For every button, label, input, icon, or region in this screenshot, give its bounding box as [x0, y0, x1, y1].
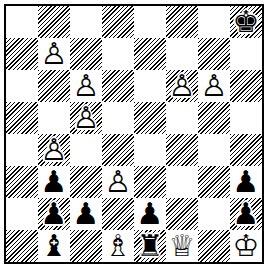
piece-glyph: ♗: [102, 230, 134, 262]
square-c5[interactable]: ♟♙: [70, 102, 102, 134]
piece-glyph: ♟: [70, 198, 102, 230]
piece-glyph: ♜: [134, 230, 166, 262]
piece-white-halo: ♟: [38, 38, 70, 70]
piece-white-halo: ♟: [134, 198, 166, 230]
square-d1[interactable]: ♝♗: [102, 230, 134, 262]
piece-white-pawn[interactable]: ♟♙: [70, 102, 102, 134]
square-a4[interactable]: [6, 134, 38, 166]
square-g5[interactable]: [198, 102, 230, 134]
square-e2[interactable]: ♟♟: [134, 198, 166, 230]
square-b8[interactable]: [38, 6, 70, 38]
piece-white-queen[interactable]: ♛♕: [166, 230, 198, 262]
square-d8[interactable]: [102, 6, 134, 38]
square-a7[interactable]: [6, 38, 38, 70]
piece-white-pawn[interactable]: ♟♙: [38, 38, 70, 70]
square-d7[interactable]: [102, 38, 134, 70]
square-e1[interactable]: ♜♜: [134, 230, 166, 262]
square-h5[interactable]: [230, 102, 262, 134]
piece-white-bishop[interactable]: ♝♗: [102, 230, 134, 262]
square-g4[interactable]: [198, 134, 230, 166]
piece-white-halo: ♚: [230, 230, 262, 262]
square-c1[interactable]: [70, 230, 102, 262]
piece-white-halo: ♟: [166, 70, 198, 102]
piece-glyph: ♕: [166, 230, 198, 262]
piece-black-pawn[interactable]: ♟♟: [38, 198, 70, 230]
piece-white-halo: ♟: [38, 134, 70, 166]
square-f5[interactable]: [166, 102, 198, 134]
square-h6[interactable]: [230, 70, 262, 102]
square-e3[interactable]: [134, 166, 166, 198]
piece-glyph: ♙: [166, 70, 198, 102]
piece-white-halo: ♚: [230, 6, 262, 38]
square-e4[interactable]: [134, 134, 166, 166]
square-c2[interactable]: ♟♟: [70, 198, 102, 230]
piece-white-pawn[interactable]: ♟♙: [166, 70, 198, 102]
square-b6[interactable]: [38, 70, 70, 102]
piece-black-rook[interactable]: ♜♜: [134, 230, 166, 262]
piece-glyph: ♟: [230, 166, 262, 198]
square-f1[interactable]: ♛♕: [166, 230, 198, 262]
square-d2[interactable]: [102, 198, 134, 230]
piece-white-halo: ♟: [230, 198, 262, 230]
square-e5[interactable]: [134, 102, 166, 134]
piece-glyph: ♔: [230, 230, 262, 262]
square-b1[interactable]: ♝♝: [38, 230, 70, 262]
piece-glyph: ♙: [70, 70, 102, 102]
piece-white-halo: ♝: [38, 230, 70, 262]
square-c8[interactable]: [70, 6, 102, 38]
square-h8[interactable]: ♚♚: [230, 6, 262, 38]
square-d5[interactable]: [102, 102, 134, 134]
piece-white-halo: ♟: [70, 198, 102, 230]
board-frame: ♚♚♟♙♟♙♟♙♟♙♟♙♟♙♟♟♟♙♟♟♟♟♟♟♟♟♟♟♝♝♝♗♜♜♛♕♚♔: [4, 4, 264, 264]
piece-glyph: ♟: [134, 198, 166, 230]
piece-glyph: ♙: [70, 102, 102, 134]
square-d6[interactable]: [102, 70, 134, 102]
square-b4[interactable]: ♟♙: [38, 134, 70, 166]
square-a3[interactable]: [6, 166, 38, 198]
chess-board: ♚♚♟♙♟♙♟♙♟♙♟♙♟♙♟♟♟♙♟♟♟♟♟♟♟♟♟♟♝♝♝♗♜♜♛♕♚♔: [6, 6, 262, 262]
square-f7[interactable]: [166, 38, 198, 70]
square-f2[interactable]: [166, 198, 198, 230]
square-c4[interactable]: [70, 134, 102, 166]
piece-glyph: ♙: [198, 70, 230, 102]
piece-glyph: ♙: [38, 134, 70, 166]
piece-white-halo: ♟: [70, 102, 102, 134]
square-g2[interactable]: [198, 198, 230, 230]
square-h7[interactable]: [230, 38, 262, 70]
piece-black-pawn[interactable]: ♟♟: [134, 198, 166, 230]
square-b7[interactable]: ♟♙: [38, 38, 70, 70]
piece-black-bishop[interactable]: ♝♝: [38, 230, 70, 262]
square-e7[interactable]: [134, 38, 166, 70]
piece-white-halo: ♜: [134, 230, 166, 262]
piece-black-pawn[interactable]: ♟♟: [230, 166, 262, 198]
square-a2[interactable]: [6, 198, 38, 230]
square-a5[interactable]: [6, 102, 38, 134]
piece-black-pawn[interactable]: ♟♟: [38, 166, 70, 198]
piece-white-halo: ♟: [198, 70, 230, 102]
square-c7[interactable]: [70, 38, 102, 70]
square-g6[interactable]: ♟♙: [198, 70, 230, 102]
piece-white-halo: ♟: [38, 198, 70, 230]
square-e8[interactable]: [134, 6, 166, 38]
piece-glyph: ♟: [230, 198, 262, 230]
piece-white-pawn[interactable]: ♟♙: [198, 70, 230, 102]
square-f6[interactable]: ♟♙: [166, 70, 198, 102]
piece-white-halo: ♟: [38, 166, 70, 198]
piece-glyph: ♟: [38, 166, 70, 198]
piece-black-pawn[interactable]: ♟♟: [70, 198, 102, 230]
square-a1[interactable]: [6, 230, 38, 262]
piece-white-pawn[interactable]: ♟♙: [102, 166, 134, 198]
square-h3[interactable]: ♟♟: [230, 166, 262, 198]
square-a8[interactable]: [6, 6, 38, 38]
piece-white-pawn[interactable]: ♟♙: [70, 70, 102, 102]
piece-black-king[interactable]: ♚♚: [230, 6, 262, 38]
piece-white-halo: ♟: [70, 70, 102, 102]
piece-white-halo: ♟: [102, 166, 134, 198]
square-e6[interactable]: [134, 70, 166, 102]
piece-white-halo: ♟: [230, 166, 262, 198]
square-f8[interactable]: [166, 6, 198, 38]
piece-glyph: ♙: [38, 38, 70, 70]
square-g1[interactable]: [198, 230, 230, 262]
piece-glyph: ♝: [38, 230, 70, 262]
piece-glyph: ♙: [102, 166, 134, 198]
piece-glyph: ♟: [38, 198, 70, 230]
square-b3[interactable]: ♟♟: [38, 166, 70, 198]
square-h4[interactable]: [230, 134, 262, 166]
square-b5[interactable]: [38, 102, 70, 134]
piece-white-halo: ♝: [102, 230, 134, 262]
chess-diagram: ♚♚♟♙♟♙♟♙♟♙♟♙♟♙♟♟♟♙♟♟♟♟♟♟♟♟♟♟♝♝♝♗♜♜♛♕♚♔: [0, 0, 268, 268]
square-c6[interactable]: ♟♙: [70, 70, 102, 102]
piece-glyph: ♚: [230, 6, 262, 38]
piece-black-pawn[interactable]: ♟♟: [230, 198, 262, 230]
square-g3[interactable]: [198, 166, 230, 198]
square-d3[interactable]: ♟♙: [102, 166, 134, 198]
piece-white-halo: ♛: [166, 230, 198, 262]
piece-white-king[interactable]: ♚♔: [230, 230, 262, 262]
square-f3[interactable]: [166, 166, 198, 198]
square-d4[interactable]: [102, 134, 134, 166]
square-a6[interactable]: [6, 70, 38, 102]
square-h1[interactable]: ♚♔: [230, 230, 262, 262]
square-f4[interactable]: [166, 134, 198, 166]
square-b2[interactable]: ♟♟: [38, 198, 70, 230]
square-h2[interactable]: ♟♟: [230, 198, 262, 230]
piece-white-pawn[interactable]: ♟♙: [38, 134, 70, 166]
square-g8[interactable]: [198, 6, 230, 38]
square-c3[interactable]: [70, 166, 102, 198]
square-g7[interactable]: [198, 38, 230, 70]
